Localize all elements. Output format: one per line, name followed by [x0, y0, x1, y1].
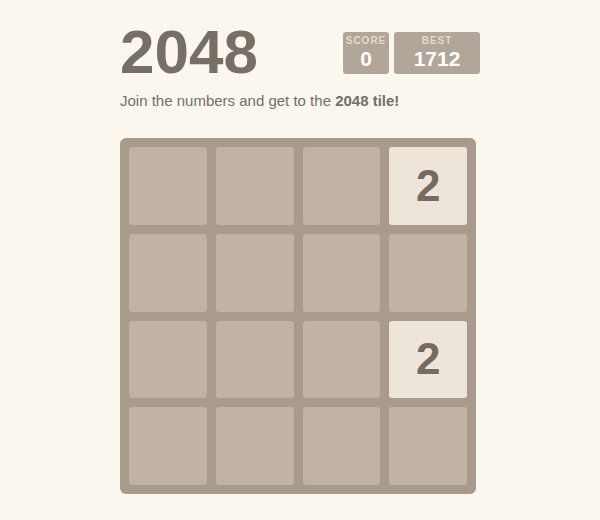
tile-cell [216, 407, 294, 485]
tile-cell [389, 234, 467, 312]
tile-cell [216, 147, 294, 225]
best-value: 1712 [394, 47, 480, 70]
tile-cell [129, 234, 207, 312]
game-title: 2048 [120, 26, 258, 78]
game-page: 2048 SCORE 0 BEST 1712 Join the numbers … [120, 0, 480, 494]
tile-cell [129, 147, 207, 225]
tile-cell: 2 [389, 321, 467, 399]
tile-cell [303, 147, 381, 225]
tile-cell [303, 407, 381, 485]
tile-cell [216, 321, 294, 399]
subtitle: Join the numbers and get to the 2048 til… [120, 92, 480, 110]
tile-cell [303, 234, 381, 312]
tile-cell [129, 407, 207, 485]
best-box: BEST 1712 [394, 32, 480, 74]
score-panel: SCORE 0 BEST 1712 [343, 32, 480, 74]
subtitle-highlight: 2048 tile! [335, 92, 399, 109]
tile-cell [129, 321, 207, 399]
best-label: BEST [394, 35, 480, 47]
score-box: SCORE 0 [343, 32, 389, 74]
score-value: 0 [343, 47, 389, 70]
score-label: SCORE [343, 35, 389, 47]
tile-cell [389, 407, 467, 485]
header: 2048 SCORE 0 BEST 1712 [120, 26, 480, 78]
tile-cell [303, 321, 381, 399]
tile-cell [216, 234, 294, 312]
tile-cell: 2 [389, 147, 467, 225]
game-board[interactable]: 2 2 [120, 138, 476, 494]
subtitle-text: Join the numbers and get to the [120, 92, 335, 109]
